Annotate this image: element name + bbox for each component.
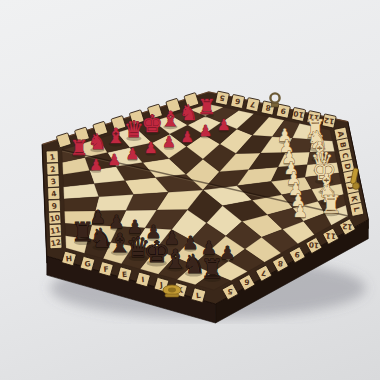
front-clasp-icon [163, 285, 181, 297]
svg-text:♜: ♜ [70, 136, 89, 160]
coord-label: 12 [50, 236, 62, 248]
piece-red-b3[interactable]: ♝ [106, 124, 125, 148]
svg-text:♟: ♟ [145, 221, 161, 242]
svg-text:♟: ♟ [181, 128, 194, 146]
svg-text:♟: ♟ [127, 216, 143, 237]
svg-text:G: G [84, 259, 91, 269]
svg-text:12: 12 [50, 237, 62, 248]
piece-black-pawn8[interactable]: ♟ [219, 242, 235, 263]
svg-text:♟: ♟ [126, 145, 139, 163]
piece-red-pawn5[interactable]: ♟ [162, 133, 175, 151]
three-player-chess-board: 56789101112ABCDIJKL12111098765HGFEIJKL12… [0, 0, 380, 380]
piece-red-pawn3[interactable]: ♟ [126, 145, 139, 163]
svg-text:H: H [66, 254, 73, 264]
piece-red-k5[interactable]: ♚ [141, 110, 162, 138]
svg-text:♜: ♜ [197, 95, 216, 119]
piece-black-pawn7[interactable]: ♟ [201, 237, 217, 258]
svg-text:♟: ♟ [108, 151, 121, 169]
svg-text:♟: ♟ [293, 201, 308, 221]
svg-text:10: 10 [293, 109, 305, 120]
svg-text:7: 7 [261, 268, 267, 277]
coord-label: L [350, 202, 364, 216]
svg-text:♞: ♞ [88, 130, 107, 154]
coord-label: 10 [49, 212, 61, 224]
coord-label: 1 [46, 151, 58, 163]
piece-red-n7[interactable]: ♞ [179, 101, 198, 125]
piece-black-pawn2[interactable]: ♟ [108, 211, 124, 232]
svg-text:♟: ♟ [201, 237, 217, 258]
svg-text:♟: ♟ [182, 232, 198, 253]
svg-text:♞: ♞ [179, 101, 198, 125]
svg-text:♟: ♟ [89, 156, 102, 174]
piece-red-b6[interactable]: ♝ [161, 107, 180, 131]
piece-red-pawn4[interactable]: ♟ [144, 139, 157, 157]
piece-black-pawn6[interactable]: ♟ [182, 232, 198, 253]
piece-red-pawn1[interactable]: ♟ [89, 156, 102, 174]
piece-red-r1[interactable]: ♜ [70, 136, 89, 160]
coord-label: 5 [215, 91, 229, 105]
svg-text:9: 9 [294, 250, 300, 259]
svg-text:♜: ♜ [320, 191, 342, 219]
piece-black-pawn3[interactable]: ♟ [127, 216, 143, 237]
svg-text:8: 8 [277, 259, 283, 268]
coord-label: 7 [246, 98, 260, 112]
coord-label: 6 [230, 94, 244, 108]
piece-white-pawn8[interactable]: ♟ [293, 201, 308, 221]
piece-white-r8[interactable]: ♜ [320, 191, 342, 219]
piece-red-pawn6[interactable]: ♟ [181, 128, 194, 146]
hanging-ring-icon [270, 93, 279, 107]
svg-text:F: F [103, 264, 109, 273]
coord-label: 2 [47, 163, 59, 175]
svg-text:♟: ♟ [219, 242, 235, 263]
svg-text:E: E [122, 270, 128, 279]
piece-red-r8[interactable]: ♜ [197, 95, 216, 119]
svg-text:5: 5 [227, 287, 233, 296]
svg-text:♟: ♟ [162, 133, 175, 151]
svg-text:♚: ♚ [141, 110, 162, 138]
coord-label: 9 [48, 200, 60, 212]
svg-text:♟: ♟ [217, 116, 230, 134]
coord-label: 4 [48, 187, 60, 199]
svg-text:12: 12 [342, 222, 353, 232]
svg-text:♟: ♟ [144, 139, 157, 157]
svg-text:11: 11 [325, 231, 336, 241]
piece-black-pawn4[interactable]: ♟ [145, 221, 161, 242]
piece-black-pawn5[interactable]: ♟ [164, 227, 180, 248]
svg-text:10: 10 [49, 213, 61, 224]
svg-text:♟: ♟ [164, 227, 180, 248]
svg-text:♝: ♝ [106, 124, 125, 148]
piece-red-pawn8[interactable]: ♟ [217, 116, 230, 134]
three-player-chess-photo: 56789101112ABCDIJKL12111098765HGFEIJKL12… [0, 0, 380, 380]
svg-text:♝: ♝ [161, 107, 180, 131]
svg-text:11: 11 [49, 225, 61, 236]
svg-text:♟: ♟ [108, 211, 124, 232]
svg-text:10: 10 [308, 240, 319, 250]
piece-red-pawn7[interactable]: ♟ [199, 122, 212, 140]
coord-label: 3 [47, 175, 59, 187]
piece-red-n2[interactable]: ♞ [88, 130, 107, 154]
piece-black-pawn1[interactable]: ♟ [90, 206, 106, 227]
svg-text:6: 6 [244, 277, 250, 286]
coord-label: 11 [49, 224, 61, 236]
piece-red-pawn2[interactable]: ♟ [108, 151, 121, 169]
svg-text:♟: ♟ [199, 122, 212, 140]
svg-text:♟: ♟ [90, 206, 106, 227]
